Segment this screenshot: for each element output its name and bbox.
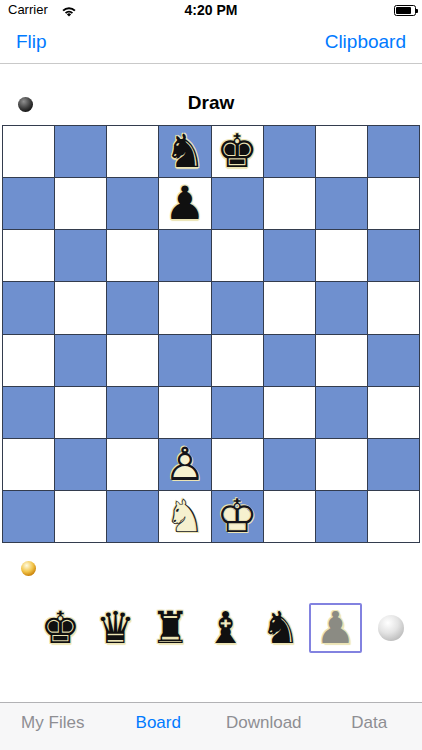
square-f4[interactable]	[264, 335, 315, 386]
square-e1[interactable]: ♚♔	[212, 491, 263, 542]
black-king-glyph: ♚	[36, 603, 86, 653]
square-b7[interactable]	[55, 178, 106, 229]
clock: 4:20 PM	[0, 2, 422, 18]
square-e7[interactable]	[212, 178, 263, 229]
square-e3[interactable]	[212, 387, 263, 438]
square-c8[interactable]	[107, 126, 158, 177]
black-knight-piece[interactable]: ♞	[159, 126, 210, 177]
palette-sphere-silver[interactable]	[363, 602, 418, 654]
square-a3[interactable]	[3, 387, 54, 438]
tab-my-files[interactable]: My Files	[0, 703, 106, 750]
square-a1[interactable]	[3, 491, 54, 542]
square-f5[interactable]	[264, 282, 315, 333]
square-f7[interactable]	[264, 178, 315, 229]
square-a4[interactable]	[3, 335, 54, 386]
clipboard-button[interactable]: Clipboard	[325, 31, 406, 53]
palette-bishop[interactable]: ♝	[198, 602, 253, 654]
square-h1[interactable]	[368, 491, 419, 542]
square-d6[interactable]	[159, 230, 210, 281]
square-a2[interactable]	[3, 439, 54, 490]
square-e6[interactable]	[212, 230, 263, 281]
square-h4[interactable]	[368, 335, 419, 386]
square-d8[interactable]: ♞	[159, 126, 210, 177]
status-bar: Carrier 4:20 PM	[0, 0, 422, 20]
nav-bar: Flip Clipboard	[0, 20, 422, 64]
tab-download[interactable]: Download	[211, 703, 317, 750]
palette-queen[interactable]: ♛	[88, 602, 143, 654]
square-c3[interactable]	[107, 387, 158, 438]
square-c1[interactable]	[107, 491, 158, 542]
square-e8[interactable]: ♚	[212, 126, 263, 177]
square-g4[interactable]	[316, 335, 367, 386]
flip-button[interactable]: Flip	[16, 31, 47, 53]
silver-sphere-icon[interactable]	[378, 615, 404, 641]
square-c2[interactable]	[107, 439, 158, 490]
square-g2[interactable]	[316, 439, 367, 490]
square-a6[interactable]	[3, 230, 54, 281]
square-b5[interactable]	[55, 282, 106, 333]
black-rook-glyph: ♜	[146, 603, 196, 653]
square-b6[interactable]	[55, 230, 106, 281]
square-a8[interactable]	[3, 126, 54, 177]
square-a7[interactable]	[3, 178, 54, 229]
tab-bar: My Files Board Download Data	[0, 702, 422, 750]
square-d1[interactable]: ♞♘	[159, 491, 210, 542]
square-d3[interactable]	[159, 387, 210, 438]
square-g3[interactable]	[316, 387, 367, 438]
square-g6[interactable]	[316, 230, 367, 281]
app-window: Carrier 4:20 PM Flip Clipboard Draw ♞♚♟♟…	[0, 0, 422, 750]
palette-pawn[interactable]: ♟	[308, 602, 363, 654]
square-g5[interactable]	[316, 282, 367, 333]
square-d7[interactable]: ♟	[159, 178, 210, 229]
square-d5[interactable]	[159, 282, 210, 333]
square-c7[interactable]	[107, 178, 158, 229]
tab-data[interactable]: Data	[317, 703, 422, 750]
black-bishop-glyph: ♝	[201, 603, 251, 653]
square-b4[interactable]	[55, 335, 106, 386]
black-queen-glyph: ♛	[91, 603, 141, 653]
square-c5[interactable]	[107, 282, 158, 333]
square-b8[interactable]	[55, 126, 106, 177]
game-result-label: Draw	[0, 92, 422, 114]
square-h5[interactable]	[368, 282, 419, 333]
square-h3[interactable]	[368, 387, 419, 438]
black-knight-glyph: ♞	[256, 603, 306, 653]
chess-board[interactable]: ♞♚♟♟♙♞♘♚♔	[2, 125, 420, 543]
square-f6[interactable]	[264, 230, 315, 281]
square-e4[interactable]	[212, 335, 263, 386]
square-c4[interactable]	[107, 335, 158, 386]
palette-king[interactable]: ♚	[33, 602, 88, 654]
square-c6[interactable]	[107, 230, 158, 281]
palette-knight[interactable]: ♞	[253, 602, 308, 654]
game-status-row: Draw	[0, 88, 422, 120]
square-h8[interactable]	[368, 126, 419, 177]
white-pawn-piece[interactable]: ♟♙	[159, 439, 210, 490]
square-a5[interactable]	[3, 282, 54, 333]
battery-fill	[396, 7, 411, 14]
black-king-piece[interactable]: ♚	[212, 126, 263, 177]
square-g1[interactable]	[316, 491, 367, 542]
square-b2[interactable]	[55, 439, 106, 490]
tab-board[interactable]: Board	[106, 703, 212, 750]
square-f2[interactable]	[264, 439, 315, 490]
white-knight-piece[interactable]: ♞♘	[159, 491, 210, 542]
edit-indicator-yellow-sphere[interactable]	[21, 561, 36, 576]
piece-palette: ♚♛♜♝♞♟	[33, 602, 418, 654]
palette-rook[interactable]: ♜	[143, 602, 198, 654]
square-d4[interactable]	[159, 335, 210, 386]
square-h7[interactable]	[368, 178, 419, 229]
white-king-piece[interactable]: ♚♔	[212, 491, 263, 542]
square-e2[interactable]	[212, 439, 263, 490]
gray-pawn-glyph: ♟	[311, 603, 361, 653]
square-f3[interactable]	[264, 387, 315, 438]
square-b3[interactable]	[55, 387, 106, 438]
square-g8[interactable]	[316, 126, 367, 177]
square-e5[interactable]	[212, 282, 263, 333]
square-g7[interactable]	[316, 178, 367, 229]
battery-icon	[394, 5, 416, 16]
square-b1[interactable]	[55, 491, 106, 542]
square-d2[interactable]: ♟♙	[159, 439, 210, 490]
black-pawn-piece[interactable]: ♟	[159, 178, 210, 229]
battery-nub	[416, 9, 418, 13]
square-f8[interactable]	[264, 126, 315, 177]
square-h6[interactable]	[368, 230, 419, 281]
square-f1[interactable]	[264, 491, 315, 542]
square-h2[interactable]	[368, 439, 419, 490]
